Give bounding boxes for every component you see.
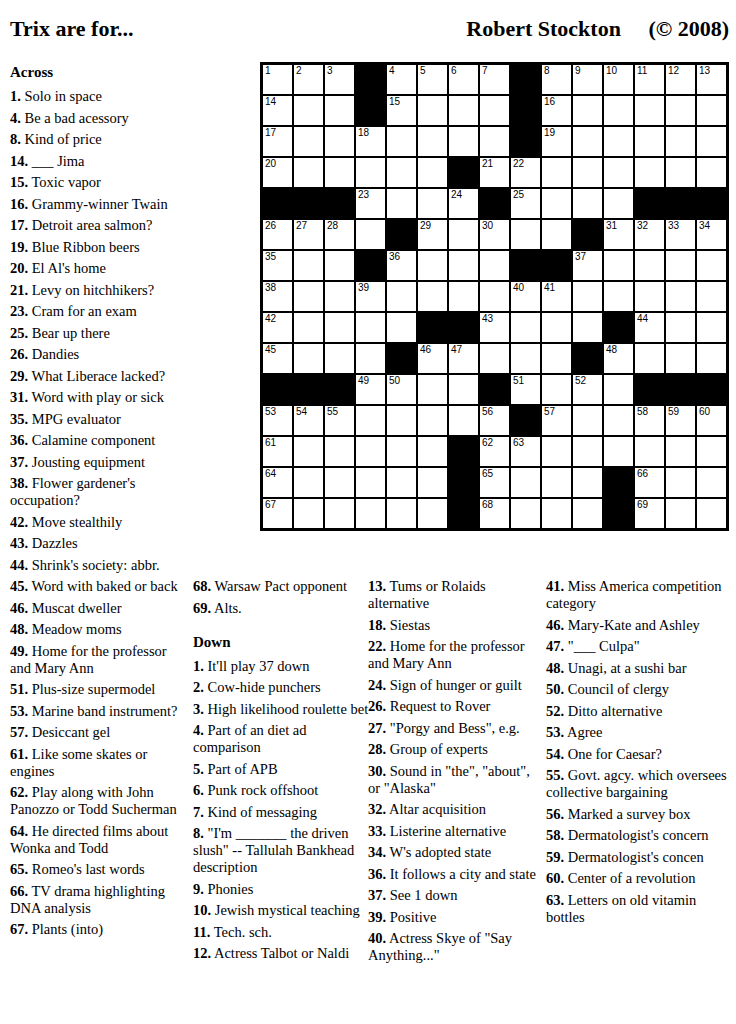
cell-number: 12 [668, 65, 679, 76]
cell-r10c13[interactable] [635, 344, 664, 373]
cell-r14c8[interactable]: 65 [480, 468, 509, 497]
block-r15c12 [604, 499, 633, 528]
crossword-grid: 1234567891011121314151617181920212223242… [260, 62, 729, 531]
cell-r9c9[interactable] [511, 313, 540, 342]
cell-r6c15[interactable]: 34 [697, 220, 726, 249]
cell-r6c10[interactable] [542, 220, 571, 249]
puzzle-title: Trix are for... [10, 16, 134, 42]
clue-down-48: 48. Unagi, at a sushi bar [546, 660, 730, 677]
cell-r3c11[interactable] [573, 127, 602, 156]
cell-r11c11[interactable]: 52 [573, 375, 602, 404]
cell-r12c14[interactable]: 59 [666, 406, 695, 435]
cell-r3c1[interactable]: 17 [263, 127, 292, 156]
cell-r3c12[interactable] [604, 127, 633, 156]
cell-r15c9[interactable] [511, 499, 540, 528]
cell-r2c14[interactable] [666, 96, 695, 125]
cell-r5c6[interactable] [418, 189, 447, 218]
cell-number: 62 [482, 437, 493, 448]
cell-r11c5[interactable]: 50 [387, 375, 416, 404]
cell-r1c3[interactable]: 3 [325, 65, 354, 94]
cell-r10c15[interactable] [697, 344, 726, 373]
cell-r1c2[interactable]: 2 [294, 65, 323, 94]
cell-r9c2[interactable] [294, 313, 323, 342]
clue-number: 25. [10, 325, 28, 341]
cell-r13c11[interactable] [573, 437, 602, 466]
cell-r1c15[interactable]: 13 [697, 65, 726, 94]
copyright: (© 2008) [648, 16, 729, 41]
cell-r10c12[interactable]: 48 [604, 344, 633, 373]
cell-r10c1[interactable]: 45 [263, 344, 292, 373]
cell-r8c2[interactable] [294, 282, 323, 311]
clue-across-38: 38. Flower gardener's occupation? [10, 475, 189, 509]
cell-r8c13[interactable] [635, 282, 664, 311]
cell-r8c9[interactable]: 40 [511, 282, 540, 311]
clues-column-3: 13. Tums or Rolaids alternative18. Siest… [368, 578, 541, 969]
cell-r4c13[interactable] [635, 158, 664, 187]
cell-r8c14[interactable] [666, 282, 695, 311]
cell-r3c4[interactable]: 18 [356, 127, 385, 156]
cell-number: 51 [513, 375, 524, 386]
cell-r13c5[interactable] [387, 437, 416, 466]
cell-r4c10[interactable] [542, 158, 571, 187]
clue-number: 14. [10, 153, 28, 169]
clue-down-63: 63. Letters on old vitamin bottles [546, 892, 730, 926]
cell-r7c3[interactable] [325, 251, 354, 280]
cell-r10c3[interactable] [325, 344, 354, 373]
cell-r14c2[interactable] [294, 468, 323, 497]
cell-number: 54 [296, 406, 307, 417]
cell-r15c10[interactable] [542, 499, 571, 528]
cell-r3c5[interactable] [387, 127, 416, 156]
cell-number: 35 [265, 251, 276, 262]
cell-r3c10[interactable]: 19 [542, 127, 571, 156]
clue-across-65: 65. Romeo's last words [10, 861, 189, 878]
cell-r12c13[interactable]: 58 [635, 406, 664, 435]
clue-number: 1. [10, 88, 21, 104]
clue-across-36: 36. Calamine component [10, 432, 189, 449]
cell-r1c11[interactable]: 9 [573, 65, 602, 94]
clue-number: 52. [546, 703, 564, 719]
cell-r2c6[interactable] [418, 96, 447, 125]
cell-r6c8[interactable]: 30 [480, 220, 509, 249]
cell-r1c14[interactable]: 12 [666, 65, 695, 94]
cell-r1c12[interactable]: 10 [604, 65, 633, 94]
cell-r9c3[interactable] [325, 313, 354, 342]
cell-r6c4[interactable] [356, 220, 385, 249]
cell-r15c15[interactable] [697, 499, 726, 528]
clue-across-4: 4. Be a bad acessory [10, 110, 189, 127]
cell-number: 52 [575, 375, 586, 386]
cell-number: 4 [389, 65, 395, 76]
cell-r4c15[interactable] [697, 158, 726, 187]
clue-number: 53. [546, 724, 564, 740]
clue-across-43: 43. Dazzles [10, 535, 189, 552]
cell-r2c10[interactable]: 16 [542, 96, 571, 125]
cell-r1c8[interactable]: 7 [480, 65, 509, 94]
block-r14c12 [604, 468, 633, 497]
clue-across-16: 16. Grammy-winner Twain [10, 196, 189, 213]
clue-across-42: 42. Move stealthily [10, 514, 189, 531]
cell-r7c1[interactable]: 35 [263, 251, 292, 280]
clue-number: 8. [193, 825, 204, 841]
cell-r13c4[interactable] [356, 437, 385, 466]
cell-r1c1[interactable]: 1 [263, 65, 292, 94]
cell-r5c11[interactable] [573, 189, 602, 218]
cell-r10c2[interactable] [294, 344, 323, 373]
cell-r1c10[interactable]: 8 [542, 65, 571, 94]
block-r9c6 [418, 313, 447, 342]
cell-r9c4[interactable] [356, 313, 385, 342]
cell-r4c12[interactable] [604, 158, 633, 187]
clue-number: 48. [546, 660, 564, 676]
block-r11c13 [635, 375, 664, 404]
cell-r2c2[interactable] [294, 96, 323, 125]
clue-number: 3. [193, 701, 204, 717]
clue-number: 58. [546, 827, 564, 843]
cell-r5c10[interactable] [542, 189, 571, 218]
cell-r10c4[interactable] [356, 344, 385, 373]
cell-r6c6[interactable]: 29 [418, 220, 447, 249]
cell-r9c8[interactable]: 43 [480, 313, 509, 342]
clue-down-56: 56. Marked a survey box [546, 806, 730, 823]
cell-number: 21 [482, 158, 493, 169]
clue-across-31: 31. Word with play or sick [10, 389, 189, 406]
cell-r11c9[interactable]: 51 [511, 375, 540, 404]
clue-number: 46. [10, 600, 28, 616]
cell-r2c8[interactable] [480, 96, 509, 125]
cell-r7c14[interactable] [666, 251, 695, 280]
cell-number: 53 [265, 406, 276, 417]
cell-r14c13[interactable]: 66 [635, 468, 664, 497]
cell-r8c6[interactable] [418, 282, 447, 311]
block-r11c8 [480, 375, 509, 404]
cell-r15c5[interactable] [387, 499, 416, 528]
clue-number: 19. [10, 239, 28, 255]
cell-r2c1[interactable]: 14 [263, 96, 292, 125]
clue-number: 23. [10, 303, 28, 319]
cell-r13c8[interactable]: 62 [480, 437, 509, 466]
cell-r8c4[interactable]: 39 [356, 282, 385, 311]
clue-across-51: 51. Plus-size supermodel [10, 681, 189, 698]
block-r5c13 [635, 189, 664, 218]
cell-number: 31 [606, 220, 617, 231]
clues-column-4: 41. Miss America competition category46.… [546, 578, 730, 930]
clue-down-18: 18. Siestas [368, 617, 541, 634]
clue-across-62: 62. Play along with John Panozzo or Todd… [10, 784, 189, 818]
clue-down-9: 9. Phonies [193, 881, 369, 898]
cell-r13c15[interactable] [697, 437, 726, 466]
cell-r5c12[interactable] [604, 189, 633, 218]
cell-r4c6[interactable] [418, 158, 447, 187]
cell-r4c4[interactable] [356, 158, 385, 187]
cell-r5c4[interactable]: 23 [356, 189, 385, 218]
cell-r3c6[interactable] [418, 127, 447, 156]
cell-r12c3[interactable]: 55 [325, 406, 354, 435]
clue-down-7: 7. Kind of messaging [193, 804, 369, 821]
cell-r8c5[interactable] [387, 282, 416, 311]
block-r1c4 [356, 65, 385, 94]
cell-r6c1[interactable]: 26 [263, 220, 292, 249]
cell-r11c4[interactable]: 49 [356, 375, 385, 404]
cell-r7c11[interactable]: 37 [573, 251, 602, 280]
cell-r2c11[interactable] [573, 96, 602, 125]
clue-number: 7. [193, 804, 204, 820]
cell-r6c7[interactable] [449, 220, 478, 249]
clue-down-1: 1. It'll play 37 down [193, 658, 369, 675]
cell-r2c7[interactable] [449, 96, 478, 125]
cell-r6c14[interactable]: 33 [666, 220, 695, 249]
cell-number: 30 [482, 220, 493, 231]
clue-down-54: 54. One for Caesar? [546, 746, 730, 763]
block-r7c10 [542, 251, 571, 280]
cell-r12c10[interactable]: 57 [542, 406, 571, 435]
cell-r13c14[interactable] [666, 437, 695, 466]
cell-number: 67 [265, 499, 276, 510]
clue-number: 13. [368, 578, 386, 594]
cell-r11c7[interactable] [449, 375, 478, 404]
cell-r8c8[interactable] [480, 282, 509, 311]
cell-r15c1[interactable]: 67 [263, 499, 292, 528]
cell-r14c6[interactable] [418, 468, 447, 497]
cell-r12c15[interactable]: 60 [697, 406, 726, 435]
cell-r12c12[interactable] [604, 406, 633, 435]
cell-r5c5[interactable] [387, 189, 416, 218]
cell-r4c11[interactable] [573, 158, 602, 187]
cell-r15c13[interactable]: 69 [635, 499, 664, 528]
cell-r3c7[interactable] [449, 127, 478, 156]
cell-r13c1[interactable]: 61 [263, 437, 292, 466]
cell-r6c3[interactable]: 28 [325, 220, 354, 249]
clue-across-66: 66. TV drama highlighting DNA analysis [10, 883, 189, 917]
cell-r4c2[interactable] [294, 158, 323, 187]
cell-r14c3[interactable] [325, 468, 354, 497]
clue-number: 41. [546, 578, 564, 594]
cell-r12c4[interactable] [356, 406, 385, 435]
clue-number: 50. [546, 681, 564, 697]
clue-number: 6. [193, 782, 204, 798]
cell-r9c15[interactable] [697, 313, 726, 342]
block-r5c2 [294, 189, 323, 218]
cell-r4c5[interactable] [387, 158, 416, 187]
cell-r3c15[interactable] [697, 127, 726, 156]
cell-r7c8[interactable] [480, 251, 509, 280]
cell-r12c6[interactable] [418, 406, 447, 435]
block-r5c14 [666, 189, 695, 218]
cell-r11c12[interactable] [604, 375, 633, 404]
clue-down-60: 60. Center of a revolution [546, 870, 730, 887]
cell-r7c2[interactable] [294, 251, 323, 280]
cell-number: 27 [296, 220, 307, 231]
clue-number: 51. [10, 681, 28, 697]
cell-r2c3[interactable] [325, 96, 354, 125]
clue-down-10: 10. Jewish mystical teaching [193, 902, 369, 919]
cell-r9c1[interactable]: 42 [263, 313, 292, 342]
block-r11c1 [263, 375, 292, 404]
cell-r14c15[interactable] [697, 468, 726, 497]
cell-number: 37 [575, 251, 586, 262]
cell-r3c3[interactable] [325, 127, 354, 156]
cell-r8c15[interactable] [697, 282, 726, 311]
cell-r10c14[interactable] [666, 344, 695, 373]
cell-r8c11[interactable] [573, 282, 602, 311]
clue-number: 9. [193, 881, 204, 897]
cell-r13c13[interactable] [635, 437, 664, 466]
cell-r12c1[interactable]: 53 [263, 406, 292, 435]
cell-r14c4[interactable] [356, 468, 385, 497]
cell-r4c9[interactable]: 22 [511, 158, 540, 187]
cell-r6c9[interactable] [511, 220, 540, 249]
cell-r8c12[interactable] [604, 282, 633, 311]
cell-number: 36 [389, 251, 400, 262]
cell-r14c1[interactable]: 64 [263, 468, 292, 497]
cell-r8c7[interactable] [449, 282, 478, 311]
cell-r3c14[interactable] [666, 127, 695, 156]
clue-down-36: 36. It follows a city and state [368, 866, 541, 883]
block-r11c14 [666, 375, 695, 404]
clue-number: 61. [10, 746, 28, 762]
clue-number: 29. [10, 368, 28, 384]
down-clues-part1: 1. It'll play 37 down2. Cow-hide puncher… [193, 658, 369, 963]
cell-r9c11[interactable] [573, 313, 602, 342]
cell-r5c9[interactable]: 25 [511, 189, 540, 218]
cell-r1c6[interactable]: 5 [418, 65, 447, 94]
cell-r9c10[interactable] [542, 313, 571, 342]
cell-r13c6[interactable] [418, 437, 447, 466]
cell-r3c2[interactable] [294, 127, 323, 156]
cell-number: 24 [451, 189, 462, 200]
cell-r13c3[interactable] [325, 437, 354, 466]
clue-down-59: 59. Dermatologist's concen [546, 849, 730, 866]
cell-r13c10[interactable] [542, 437, 571, 466]
clue-number: 53. [10, 703, 28, 719]
clue-down-58: 58. Dermatologist's concern [546, 827, 730, 844]
cell-r9c5[interactable] [387, 313, 416, 342]
cell-r3c13[interactable] [635, 127, 664, 156]
cell-r13c12[interactable] [604, 437, 633, 466]
cell-r10c10[interactable] [542, 344, 571, 373]
cell-r8c1[interactable]: 38 [263, 282, 292, 311]
cell-r7c6[interactable] [418, 251, 447, 280]
cell-r14c11[interactable] [573, 468, 602, 497]
cell-r15c3[interactable] [325, 499, 354, 528]
cell-r11c10[interactable] [542, 375, 571, 404]
cell-r2c5[interactable]: 15 [387, 96, 416, 125]
clue-number: 40. [368, 930, 386, 946]
clue-number: 37. [368, 887, 386, 903]
clue-number: 49. [10, 643, 28, 659]
cell-r12c8[interactable]: 56 [480, 406, 509, 435]
block-r10c11 [573, 344, 602, 373]
puzzle-byline: Robert Stockton (© 2008) [466, 16, 729, 42]
cell-r7c15[interactable] [697, 251, 726, 280]
cell-r2c15[interactable] [697, 96, 726, 125]
cell-number: 10 [606, 65, 617, 76]
cell-number: 29 [420, 220, 431, 231]
clue-down-41: 41. Miss America competition category [546, 578, 730, 612]
clue-number: 26. [368, 698, 386, 714]
cell-r9c13[interactable]: 44 [635, 313, 664, 342]
cell-r14c5[interactable] [387, 468, 416, 497]
cell-r14c14[interactable] [666, 468, 695, 497]
cell-r11c6[interactable] [418, 375, 447, 404]
cell-r14c10[interactable] [542, 468, 571, 497]
cell-number: 26 [265, 220, 276, 231]
clue-down-33: 33. Listerine alternative [368, 823, 541, 840]
cell-r8c10[interactable]: 41 [542, 282, 571, 311]
clue-across-23: 23. Cram for an exam [10, 303, 189, 320]
cell-r3c8[interactable] [480, 127, 509, 156]
cell-r12c7[interactable] [449, 406, 478, 435]
cell-r12c5[interactable] [387, 406, 416, 435]
cell-r12c11[interactable] [573, 406, 602, 435]
cell-r1c13[interactable]: 11 [635, 65, 664, 94]
clue-number: 4. [193, 722, 204, 738]
cell-r6c2[interactable]: 27 [294, 220, 323, 249]
cell-r15c2[interactable] [294, 499, 323, 528]
cell-r15c4[interactable] [356, 499, 385, 528]
cell-r2c13[interactable] [635, 96, 664, 125]
cell-number: 33 [668, 220, 679, 231]
clue-number: 48. [10, 621, 28, 637]
cell-r5c7[interactable]: 24 [449, 189, 478, 218]
cell-r4c3[interactable] [325, 158, 354, 187]
clue-number: 27. [368, 720, 386, 736]
cell-r7c12[interactable] [604, 251, 633, 280]
cell-r1c5[interactable]: 4 [387, 65, 416, 94]
clue-across-1: 1. Solo in space [10, 88, 189, 105]
cell-r8c3[interactable] [325, 282, 354, 311]
cell-r7c7[interactable] [449, 251, 478, 280]
clue-number: 11. [193, 924, 210, 940]
cell-r15c14[interactable] [666, 499, 695, 528]
cell-r4c8[interactable]: 21 [480, 158, 509, 187]
cell-r13c2[interactable] [294, 437, 323, 466]
clue-down-12: 12. Actress Talbot or Naldi [193, 945, 369, 962]
cell-r14c9[interactable] [511, 468, 540, 497]
cell-r4c14[interactable] [666, 158, 695, 187]
cell-r10c7[interactable]: 47 [449, 344, 478, 373]
cell-r7c5[interactable]: 36 [387, 251, 416, 280]
puzzle-page: Trix are for... Robert Stockton (© 2008)… [0, 0, 736, 1024]
cell-r15c6[interactable] [418, 499, 447, 528]
cell-r10c9[interactable] [511, 344, 540, 373]
block-r6c5 [387, 220, 416, 249]
cell-r10c6[interactable]: 46 [418, 344, 447, 373]
cell-r13c9[interactable]: 63 [511, 437, 540, 466]
block-r14c7 [449, 468, 478, 497]
clue-number: 60. [546, 870, 564, 886]
clue-number: 37. [10, 454, 28, 470]
cell-r15c11[interactable] [573, 499, 602, 528]
cell-r6c13[interactable]: 32 [635, 220, 664, 249]
cell-r4c1[interactable]: 20 [263, 158, 292, 187]
cell-r12c2[interactable]: 54 [294, 406, 323, 435]
cell-r9c14[interactable] [666, 313, 695, 342]
clue-number: 62. [10, 784, 28, 800]
clue-number: 36. [10, 432, 28, 448]
cell-r1c7[interactable]: 6 [449, 65, 478, 94]
cell-r6c12[interactable]: 31 [604, 220, 633, 249]
across-clues-part2: 68. Warsaw Pact opponent69. Alts. [193, 578, 369, 617]
cell-number: 23 [358, 189, 369, 200]
block-r10c5 [387, 344, 416, 373]
cell-r7c13[interactable] [635, 251, 664, 280]
clue-down-53: 53. Agree [546, 724, 730, 741]
cell-r15c8[interactable]: 68 [480, 499, 509, 528]
cell-r2c12[interactable] [604, 96, 633, 125]
cell-r10c8[interactable] [480, 344, 509, 373]
clue-number: 17. [10, 217, 28, 233]
